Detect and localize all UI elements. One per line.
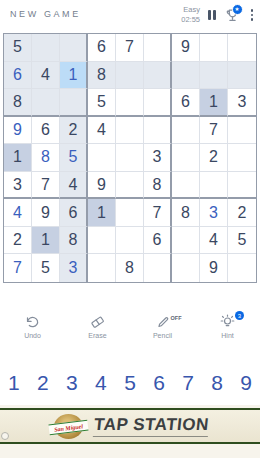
cell-r7c6[interactable]: 7 <box>144 199 172 227</box>
cell-r2c6[interactable] <box>144 62 172 90</box>
ad-info-icon[interactable] <box>1 432 9 440</box>
pencil-icon <box>156 315 170 329</box>
cell-r9c2[interactable]: 5 <box>32 254 60 282</box>
cell-r3c5[interactable] <box>116 89 144 117</box>
cell-r4c7[interactable] <box>172 117 200 145</box>
numpad-key-7[interactable]: 7 <box>182 372 194 393</box>
ad-headline: TAP STATION <box>92 415 209 437</box>
ad-banner[interactable]: San Miguel TAP STATION <box>0 408 260 444</box>
cell-r5c8[interactable]: 2 <box>200 144 228 172</box>
toolbar: Undo Erase OFF Pencil <box>0 311 260 347</box>
cell-r6c1[interactable]: 3 <box>4 172 32 200</box>
numpad-key-8[interactable]: 8 <box>211 372 223 393</box>
cell-r1c2[interactable] <box>32 34 60 62</box>
cell-r2c1[interactable]: 6 <box>4 62 32 90</box>
numpad-key-3[interactable]: 3 <box>66 372 78 393</box>
cell-r6c7[interactable] <box>172 172 200 200</box>
cell-r3c3[interactable] <box>60 89 88 117</box>
cell-r1c8[interactable] <box>200 34 228 62</box>
cell-r9c5[interactable]: 8 <box>116 254 144 282</box>
cell-r1c1[interactable]: 5 <box>4 34 32 62</box>
cell-r7c2[interactable]: 9 <box>32 199 60 227</box>
undo-label: Undo <box>24 332 41 339</box>
cell-r5c1[interactable]: 1 <box>4 144 32 172</box>
cell-r3c4[interactable]: 5 <box>88 89 116 117</box>
cell-r5c7[interactable] <box>172 144 200 172</box>
hint-button[interactable]: 3 Hint <box>195 311 260 347</box>
cell-r8c6[interactable]: 6 <box>144 227 172 255</box>
page-title: NEW GAME <box>10 9 81 19</box>
cell-r8c3[interactable]: 8 <box>60 227 88 255</box>
difficulty-timer: Easy 02:55 <box>181 5 200 25</box>
erase-button[interactable]: Erase <box>65 311 130 347</box>
cell-r4c1[interactable]: 9 <box>4 117 32 145</box>
difficulty-label: Easy <box>181 5 200 15</box>
cell-r8c5[interactable] <box>116 227 144 255</box>
cell-r1c3[interactable] <box>60 34 88 62</box>
numpad-key-4[interactable]: 4 <box>95 372 107 393</box>
cell-r3c8[interactable]: 1 <box>200 89 228 117</box>
cell-r5c3[interactable]: 5 <box>60 144 88 172</box>
cell-r4c5[interactable] <box>116 117 144 145</box>
cell-r2c7[interactable] <box>172 62 200 90</box>
cell-r5c4[interactable] <box>88 144 116 172</box>
eraser-icon <box>90 315 105 329</box>
cell-r6c2[interactable]: 7 <box>32 172 60 200</box>
cell-r8c1[interactable]: 2 <box>4 227 32 255</box>
ad-area: San Miguel TAP STATION <box>0 405 260 458</box>
cell-r4c2[interactable]: 6 <box>32 117 60 145</box>
erase-label: Erase <box>88 332 106 339</box>
pause-button[interactable] <box>208 10 216 20</box>
hint-label: Hint <box>221 332 233 339</box>
cell-r2c4[interactable]: 8 <box>88 62 116 90</box>
sudoku-board: 5679641885613962471853237498496178322186… <box>3 33 257 283</box>
pause-icon <box>208 10 211 20</box>
cell-r9c3[interactable]: 3 <box>60 254 88 282</box>
cell-r3c9[interactable]: 3 <box>228 89 256 117</box>
cell-r9c4[interactable] <box>88 254 116 282</box>
cell-r6c5[interactable] <box>116 172 144 200</box>
hint-bulb-icon <box>220 314 235 329</box>
numpad-key-5[interactable]: 5 <box>124 372 136 393</box>
cell-r7c3[interactable]: 6 <box>60 199 88 227</box>
cell-r7c4[interactable]: 1 <box>88 199 116 227</box>
sudoku-app-screen: NEW GAME Easy 02:55 ★ <box>0 0 260 458</box>
kebab-menu-icon <box>251 9 254 12</box>
cell-r1c7[interactable]: 9 <box>172 34 200 62</box>
cell-r6c3[interactable]: 4 <box>60 172 88 200</box>
top-bar: NEW GAME Easy 02:55 ★ <box>0 0 260 30</box>
cell-r7c9[interactable]: 2 <box>228 199 256 227</box>
trophy-button[interactable]: ★ <box>224 7 241 24</box>
cell-r4c3[interactable]: 2 <box>60 117 88 145</box>
cell-r6c4[interactable]: 9 <box>88 172 116 200</box>
cell-r6c6[interactable]: 8 <box>144 172 172 200</box>
number-pad: 123456789 <box>0 363 260 401</box>
cell-r6c8[interactable] <box>200 172 228 200</box>
cell-r2c2[interactable]: 4 <box>32 62 60 90</box>
ad-brand: San Miguel <box>53 422 82 431</box>
san-miguel-logo: San Miguel <box>52 413 85 440</box>
cell-r1c4[interactable]: 6 <box>88 34 116 62</box>
cell-r9c1[interactable]: 7 <box>4 254 32 282</box>
cell-r4c9[interactable] <box>228 117 256 145</box>
cell-r1c9[interactable] <box>228 34 256 62</box>
cell-r7c1[interactable]: 4 <box>4 199 32 227</box>
trophy-badge: ★ <box>232 4 243 15</box>
cell-r1c6[interactable] <box>144 34 172 62</box>
cell-r3c1[interactable]: 8 <box>4 89 32 117</box>
cell-r2c3[interactable]: 1 <box>60 62 88 90</box>
cell-r8c2[interactable]: 1 <box>32 227 60 255</box>
cell-r8c8[interactable]: 4 <box>200 227 228 255</box>
numpad-key-2[interactable]: 2 <box>37 372 49 393</box>
cell-r5c5[interactable] <box>116 144 144 172</box>
numpad-key-1[interactable]: 1 <box>8 372 20 393</box>
cell-r9c6[interactable] <box>144 254 172 282</box>
undo-button[interactable]: Undo <box>0 311 65 347</box>
numpad-key-6[interactable]: 6 <box>153 372 165 393</box>
kebab-menu-button[interactable] <box>249 7 256 23</box>
cell-r5c6[interactable]: 3 <box>144 144 172 172</box>
topbar-right-cluster: Easy 02:55 ★ <box>181 3 255 27</box>
pencil-label: Pencil <box>153 332 172 339</box>
pencil-button[interactable]: OFF Pencil <box>130 311 195 347</box>
cell-r4c6[interactable] <box>144 117 172 145</box>
cell-r5c2[interactable]: 8 <box>32 144 60 172</box>
hint-badge: 3 <box>235 311 244 320</box>
cell-r6c9[interactable] <box>228 172 256 200</box>
timer-value: 02:55 <box>181 15 200 25</box>
cell-r2c9[interactable] <box>228 62 256 90</box>
cell-r7c8[interactable]: 3 <box>200 199 228 227</box>
cell-r7c5[interactable] <box>116 199 144 227</box>
cell-r7c7[interactable]: 8 <box>172 199 200 227</box>
cell-r1c5[interactable]: 7 <box>116 34 144 62</box>
cell-r2c8[interactable] <box>200 62 228 90</box>
cell-r3c6[interactable] <box>144 89 172 117</box>
cell-r8c4[interactable] <box>88 227 116 255</box>
cell-r8c7[interactable] <box>172 227 200 255</box>
cell-r2c5[interactable] <box>116 62 144 90</box>
undo-icon <box>25 315 40 328</box>
cell-r9c7[interactable] <box>172 254 200 282</box>
cell-r8c9[interactable]: 5 <box>228 227 256 255</box>
cell-r5c9[interactable] <box>228 144 256 172</box>
cell-r9c9[interactable] <box>228 254 256 282</box>
cell-r3c2[interactable] <box>32 89 60 117</box>
cell-r3c7[interactable]: 6 <box>172 89 200 117</box>
cell-r4c8[interactable]: 7 <box>200 117 228 145</box>
numpad-key-9[interactable]: 9 <box>240 372 252 393</box>
pencil-state-tag: OFF <box>171 315 182 321</box>
cell-r9c8[interactable]: 9 <box>200 254 228 282</box>
cell-r4c4[interactable]: 4 <box>88 117 116 145</box>
